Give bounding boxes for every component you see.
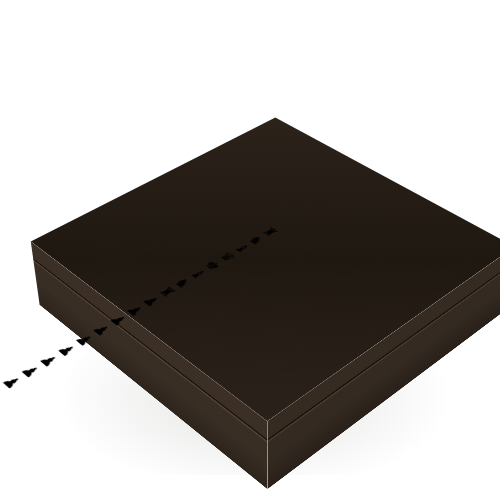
square-a2[interactable]: ♟ bbox=[0, 373, 16, 384]
product-photo-chess-set: ♜♞♝♛♚♝♞♜♟♟♟♟♟♟♟♟♟♟♟♟♟♟♟♟♜♞♝♛♚♝♞♜ bbox=[0, 0, 500, 500]
square-h7[interactable]: ♟ bbox=[16, 362, 35, 373]
